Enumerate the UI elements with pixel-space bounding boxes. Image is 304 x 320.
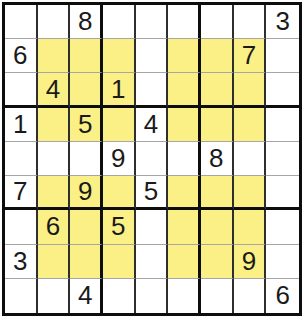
cell-r7c9[interactable] xyxy=(266,210,299,244)
cell-r2c4[interactable] xyxy=(103,39,136,73)
cell-r9c3[interactable]: 4 xyxy=(70,279,103,313)
cell-r6c7[interactable] xyxy=(201,176,234,210)
cell-r3c7[interactable] xyxy=(201,73,234,107)
cell-r8c4[interactable] xyxy=(103,245,136,279)
cell-r4c5[interactable]: 4 xyxy=(136,108,169,142)
cell-r4c1[interactable]: 1 xyxy=(5,108,38,142)
sudoku-page: 83674115498795653946 xyxy=(0,0,304,320)
cell-r2c1[interactable]: 6 xyxy=(5,39,38,73)
cell-r7c8[interactable] xyxy=(234,210,267,244)
cell-r2c9[interactable] xyxy=(266,39,299,73)
cell-r7c2[interactable]: 6 xyxy=(38,210,71,244)
cell-r7c5[interactable] xyxy=(136,210,169,244)
cell-r4c4[interactable] xyxy=(103,108,136,142)
cell-r9c2[interactable] xyxy=(38,279,71,313)
cell-r5c9[interactable] xyxy=(266,142,299,176)
cell-r8c6[interactable] xyxy=(168,245,201,279)
cell-r1c4[interactable] xyxy=(103,5,136,39)
cell-r3c4[interactable]: 1 xyxy=(103,73,136,107)
cell-r5c6[interactable] xyxy=(168,142,201,176)
cell-r2c8[interactable]: 7 xyxy=(234,39,267,73)
cell-r2c5[interactable] xyxy=(136,39,169,73)
cell-r9c8[interactable] xyxy=(234,279,267,313)
cell-r5c1[interactable] xyxy=(5,142,38,176)
cell-r1c2[interactable] xyxy=(38,5,71,39)
cell-r9c1[interactable] xyxy=(5,279,38,313)
cell-r6c9[interactable] xyxy=(266,176,299,210)
cell-r8c7[interactable] xyxy=(201,245,234,279)
cell-r8c5[interactable] xyxy=(136,245,169,279)
cell-r4c6[interactable] xyxy=(168,108,201,142)
cell-r1c8[interactable] xyxy=(234,5,267,39)
cell-r5c7[interactable]: 8 xyxy=(201,142,234,176)
cell-r7c4[interactable]: 5 xyxy=(103,210,136,244)
cell-r6c5[interactable]: 5 xyxy=(136,176,169,210)
cell-r7c3[interactable] xyxy=(70,210,103,244)
cell-r6c2[interactable] xyxy=(38,176,71,210)
sudoku-board: 83674115498795653946 xyxy=(2,2,302,316)
cell-r1c5[interactable] xyxy=(136,5,169,39)
cell-r3c1[interactable] xyxy=(5,73,38,107)
cell-r3c5[interactable] xyxy=(136,73,169,107)
cell-r4c3[interactable]: 5 xyxy=(70,108,103,142)
cell-r2c3[interactable] xyxy=(70,39,103,73)
cell-r1c1[interactable] xyxy=(5,5,38,39)
cell-r4c2[interactable] xyxy=(38,108,71,142)
cell-r5c4[interactable]: 9 xyxy=(103,142,136,176)
cell-r8c1[interactable]: 3 xyxy=(5,245,38,279)
cell-r9c6[interactable] xyxy=(168,279,201,313)
cell-r7c1[interactable] xyxy=(5,210,38,244)
cell-r8c8[interactable]: 9 xyxy=(234,245,267,279)
cell-r6c6[interactable] xyxy=(168,176,201,210)
cell-r2c2[interactable] xyxy=(38,39,71,73)
cell-r1c7[interactable] xyxy=(201,5,234,39)
cell-r4c7[interactable] xyxy=(201,108,234,142)
cell-r8c9[interactable] xyxy=(266,245,299,279)
cell-r2c7[interactable] xyxy=(201,39,234,73)
cell-r6c3[interactable]: 9 xyxy=(70,176,103,210)
cell-r3c6[interactable] xyxy=(168,73,201,107)
cell-r6c8[interactable] xyxy=(234,176,267,210)
cell-r8c2[interactable] xyxy=(38,245,71,279)
cell-r9c7[interactable] xyxy=(201,279,234,313)
cell-r9c4[interactable] xyxy=(103,279,136,313)
cell-r4c8[interactable] xyxy=(234,108,267,142)
cell-r2c6[interactable] xyxy=(168,39,201,73)
cell-r1c9[interactable]: 3 xyxy=(266,5,299,39)
cell-r9c9[interactable]: 6 xyxy=(266,279,299,313)
cell-r3c3[interactable] xyxy=(70,73,103,107)
cell-r1c3[interactable]: 8 xyxy=(70,5,103,39)
cell-r7c6[interactable] xyxy=(168,210,201,244)
cell-r1c6[interactable] xyxy=(168,5,201,39)
cell-r6c4[interactable] xyxy=(103,176,136,210)
cell-r5c8[interactable] xyxy=(234,142,267,176)
cell-r5c5[interactable] xyxy=(136,142,169,176)
cell-r4c9[interactable] xyxy=(266,108,299,142)
cell-r8c3[interactable] xyxy=(70,245,103,279)
cell-r3c2[interactable]: 4 xyxy=(38,73,71,107)
cell-r3c8[interactable] xyxy=(234,73,267,107)
cell-r5c2[interactable] xyxy=(38,142,71,176)
cell-r9c5[interactable] xyxy=(136,279,169,313)
cell-r3c9[interactable] xyxy=(266,73,299,107)
cell-r6c1[interactable]: 7 xyxy=(5,176,38,210)
cell-r7c7[interactable] xyxy=(201,210,234,244)
cell-r5c3[interactable] xyxy=(70,142,103,176)
